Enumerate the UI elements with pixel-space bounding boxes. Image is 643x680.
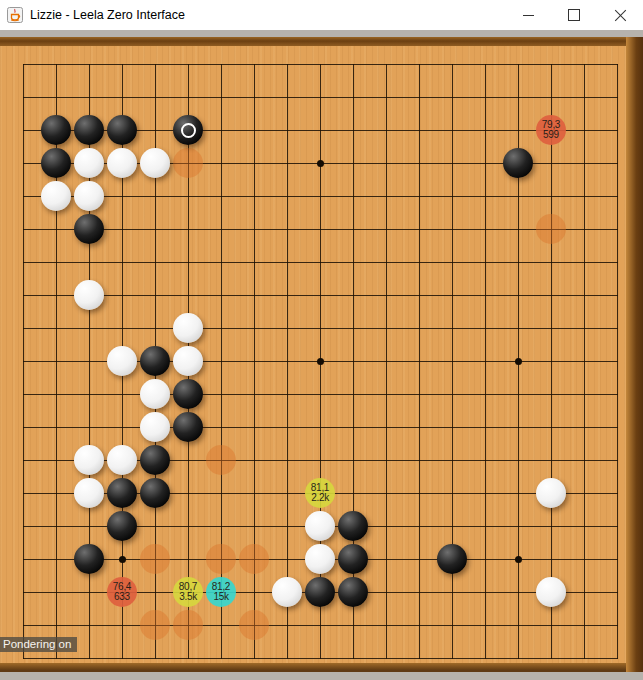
candidate-move[interactable]: 80,73.5k xyxy=(173,577,203,607)
faint-candidate[interactable] xyxy=(536,214,566,244)
stone-black xyxy=(107,115,137,145)
stone-white xyxy=(140,148,170,178)
maximize-icon xyxy=(568,9,580,21)
star-point xyxy=(515,358,522,365)
faint-candidate[interactable] xyxy=(140,544,170,574)
star-point xyxy=(119,556,126,563)
stone-white xyxy=(305,511,335,541)
stone-white xyxy=(272,577,302,607)
candidate-move[interactable]: 81,215k xyxy=(206,577,236,607)
stone-white xyxy=(305,544,335,574)
board-bottom-edge xyxy=(0,663,643,672)
board-area: 79,359981,12.2k76,463380,73.5k81,215k Po… xyxy=(0,30,643,680)
faint-candidate[interactable] xyxy=(173,148,203,178)
star-point xyxy=(515,556,522,563)
stone-white xyxy=(107,148,137,178)
star-point xyxy=(317,358,324,365)
minimize-icon xyxy=(523,15,534,16)
stone-black xyxy=(437,544,467,574)
stone-black xyxy=(338,544,368,574)
stone-white xyxy=(140,412,170,442)
stone-white xyxy=(173,313,203,343)
faint-candidate[interactable] xyxy=(173,610,203,640)
stone-white xyxy=(536,478,566,508)
close-icon xyxy=(614,9,627,22)
grid-line xyxy=(485,64,486,659)
stone-white xyxy=(536,577,566,607)
stone-black xyxy=(107,511,137,541)
title-bar: Lizzie - Leela Zero Interface xyxy=(0,0,643,30)
candidate-visits: 3.5k xyxy=(179,592,197,602)
candidate-move[interactable]: 76,4633 xyxy=(107,577,137,607)
stone-black xyxy=(173,379,203,409)
stone-black xyxy=(140,445,170,475)
grid-line xyxy=(419,64,420,659)
stone-black xyxy=(107,478,137,508)
grid-line xyxy=(551,64,552,659)
window-controls xyxy=(505,0,643,30)
goban[interactable]: 79,359981,12.2k76,463380,73.5k81,215k xyxy=(0,30,626,663)
stone-white xyxy=(107,346,137,376)
faint-candidate[interactable] xyxy=(140,610,170,640)
stone-white xyxy=(74,181,104,211)
java-app-icon[interactable] xyxy=(7,7,23,23)
grid-line xyxy=(23,625,618,626)
stone-white xyxy=(74,148,104,178)
stone-white xyxy=(74,478,104,508)
stone-black xyxy=(140,346,170,376)
window-title: Lizzie - Leela Zero Interface xyxy=(30,8,185,22)
stone-black xyxy=(503,148,533,178)
stone-black xyxy=(338,577,368,607)
stone-black xyxy=(305,577,335,607)
stone-white xyxy=(173,346,203,376)
app-window: Lizzie - Leela Zero Interface 79,359981,… xyxy=(0,0,643,680)
stone-black xyxy=(338,511,368,541)
grid-line xyxy=(23,427,618,428)
last-move-marker xyxy=(181,123,196,138)
faint-candidate[interactable] xyxy=(239,544,269,574)
candidate-visits: 2.2k xyxy=(311,493,329,503)
candidate-move[interactable]: 81,12.2k xyxy=(305,478,335,508)
grid-line xyxy=(617,64,618,659)
grid-line xyxy=(584,64,585,659)
minimize-button[interactable] xyxy=(505,0,551,30)
stone-white xyxy=(107,445,137,475)
stone-black xyxy=(74,214,104,244)
close-button[interactable] xyxy=(597,0,643,30)
candidate-move[interactable]: 79,3599 xyxy=(536,115,566,145)
stone-black xyxy=(74,115,104,145)
faint-candidate[interactable] xyxy=(206,445,236,475)
stone-black xyxy=(41,148,71,178)
candidate-visits: 599 xyxy=(543,130,559,140)
grid-line xyxy=(386,64,387,659)
grid-line xyxy=(23,658,618,659)
stone-white xyxy=(41,181,71,211)
stone-white xyxy=(74,280,104,310)
stone-black xyxy=(74,544,104,574)
bottom-gray-strip xyxy=(0,672,643,680)
candidate-visits: 15k xyxy=(213,592,228,602)
grid-line xyxy=(23,394,618,395)
stone-black xyxy=(41,115,71,145)
faint-candidate[interactable] xyxy=(206,544,236,574)
candidate-visits: 633 xyxy=(114,592,130,602)
stone-white xyxy=(74,445,104,475)
star-point xyxy=(317,160,324,167)
stone-white xyxy=(140,379,170,409)
maximize-button[interactable] xyxy=(551,0,597,30)
pondering-status: Pondering on xyxy=(0,637,77,652)
board-right-edge xyxy=(626,37,643,672)
faint-candidate[interactable] xyxy=(239,610,269,640)
stone-black xyxy=(173,412,203,442)
stone-black xyxy=(140,478,170,508)
